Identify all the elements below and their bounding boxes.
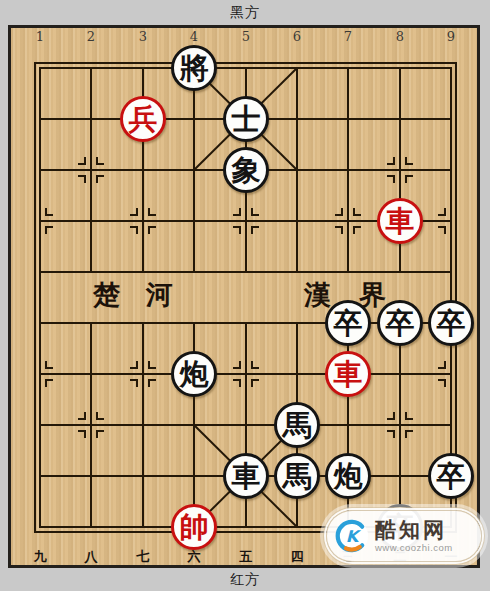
position-marker — [438, 226, 446, 234]
position-marker — [387, 412, 395, 420]
position-marker — [438, 379, 446, 387]
position-marker — [130, 226, 138, 234]
grid-line-vertical — [296, 67, 298, 273]
piece-glyph: 帥 — [180, 513, 209, 542]
position-marker — [78, 175, 86, 183]
position-marker — [130, 379, 138, 387]
black-soldier[interactable]: 卒 — [428, 453, 474, 499]
grid-line-vertical — [399, 322, 401, 528]
black-horse[interactable]: 馬 — [274, 402, 320, 448]
position-marker — [148, 379, 156, 387]
file-number-top: 4 — [185, 29, 203, 44]
grid-line-vertical — [142, 322, 144, 528]
grid-line-vertical — [347, 67, 349, 273]
black-horse[interactable]: 馬 — [274, 453, 320, 499]
grid-line-vertical — [90, 322, 92, 528]
black-general[interactable]: 將 — [171, 45, 217, 91]
piece-glyph: 卒 — [334, 309, 363, 338]
watermark-brand: 酷知网 — [375, 519, 453, 540]
position-marker — [96, 157, 104, 165]
file-number-bottom: 六 — [184, 548, 204, 566]
position-marker — [335, 208, 343, 216]
red-chariot[interactable]: 車 — [325, 351, 371, 397]
position-marker — [405, 430, 413, 438]
position-marker — [251, 226, 259, 234]
piece-glyph: 將 — [180, 54, 209, 83]
piece-glyph: 士 — [232, 105, 261, 134]
position-marker — [45, 226, 53, 234]
position-marker — [387, 430, 395, 438]
grid-line-vertical — [90, 67, 92, 273]
position-marker — [405, 157, 413, 165]
position-marker — [387, 175, 395, 183]
xiangqi-diagram: 黑方 楚河 漢界 123456789九八七六五四三二一將兵士象車卒卒卒炮車馬車馬… — [0, 0, 490, 591]
position-marker — [233, 361, 241, 369]
piece-glyph: 炮 — [180, 360, 209, 389]
red-soldier[interactable]: 兵 — [120, 96, 166, 142]
position-marker — [45, 208, 53, 216]
file-number-top: 1 — [31, 29, 49, 44]
position-marker — [96, 430, 104, 438]
piece-glyph: 卒 — [437, 309, 466, 338]
piece-glyph: 炮 — [334, 462, 363, 491]
position-marker — [78, 157, 86, 165]
file-number-bottom: 七 — [133, 548, 153, 566]
black-side-label: 黑方 — [0, 4, 490, 22]
file-number-bottom: 五 — [236, 548, 256, 566]
position-marker — [438, 361, 446, 369]
position-marker — [45, 379, 53, 387]
position-marker — [251, 379, 259, 387]
coozhi-logo-icon: K — [335, 519, 369, 553]
red-general[interactable]: 帥 — [171, 504, 217, 550]
piece-glyph: 馬 — [283, 411, 312, 440]
position-marker — [148, 208, 156, 216]
file-number-bottom: 四 — [287, 548, 307, 566]
file-number-bottom: 九 — [30, 548, 50, 566]
piece-glyph: 兵 — [129, 105, 158, 134]
position-marker — [130, 208, 138, 216]
position-marker — [335, 226, 343, 234]
grid-line-vertical — [193, 67, 195, 273]
file-number-top: 7 — [339, 29, 357, 44]
position-marker — [130, 361, 138, 369]
watermark-url: www.coozhi.com — [375, 543, 453, 553]
file-number-top: 9 — [442, 29, 460, 44]
position-marker — [96, 412, 104, 420]
position-marker — [78, 430, 86, 438]
black-soldier[interactable]: 卒 — [377, 300, 423, 346]
file-number-top: 6 — [288, 29, 306, 44]
grid-line-vertical — [39, 67, 41, 528]
position-marker — [251, 208, 259, 216]
position-marker — [78, 412, 86, 420]
position-marker — [148, 226, 156, 234]
file-number-top: 8 — [391, 29, 409, 44]
position-marker — [438, 208, 446, 216]
file-number-top: 2 — [82, 29, 100, 44]
piece-glyph: 卒 — [386, 309, 415, 338]
position-marker — [353, 226, 361, 234]
piece-glyph: 馬 — [283, 462, 312, 491]
black-cannon[interactable]: 炮 — [171, 351, 217, 397]
position-marker — [45, 361, 53, 369]
file-number-top: 3 — [134, 29, 152, 44]
piece-glyph: 車 — [334, 360, 363, 389]
black-elephant[interactable]: 象 — [223, 147, 269, 193]
piece-glyph: 象 — [232, 156, 261, 185]
piece-glyph: 車 — [232, 462, 261, 491]
red-side-label: 红方 — [0, 571, 490, 589]
piece-glyph: 卒 — [437, 462, 466, 491]
position-marker — [405, 412, 413, 420]
watermark: K 酷知网 www.coozhi.com — [326, 510, 482, 562]
river-text-chu-he: 楚河 — [93, 277, 199, 313]
black-soldier[interactable]: 卒 — [325, 300, 371, 346]
black-cannon[interactable]: 炮 — [325, 453, 371, 499]
piece-glyph: 車 — [386, 207, 415, 236]
file-number-top: 5 — [237, 29, 255, 44]
black-chariot[interactable]: 車 — [223, 453, 269, 499]
position-marker — [251, 361, 259, 369]
position-marker — [405, 175, 413, 183]
black-soldier[interactable]: 卒 — [428, 300, 474, 346]
position-marker — [233, 226, 241, 234]
position-marker — [148, 361, 156, 369]
file-number-bottom: 八 — [81, 548, 101, 566]
black-advisor[interactable]: 士 — [223, 96, 269, 142]
position-marker — [353, 208, 361, 216]
position-marker — [387, 157, 395, 165]
position-marker — [233, 379, 241, 387]
position-marker — [233, 208, 241, 216]
position-marker — [96, 175, 104, 183]
red-chariot[interactable]: 車 — [377, 198, 423, 244]
